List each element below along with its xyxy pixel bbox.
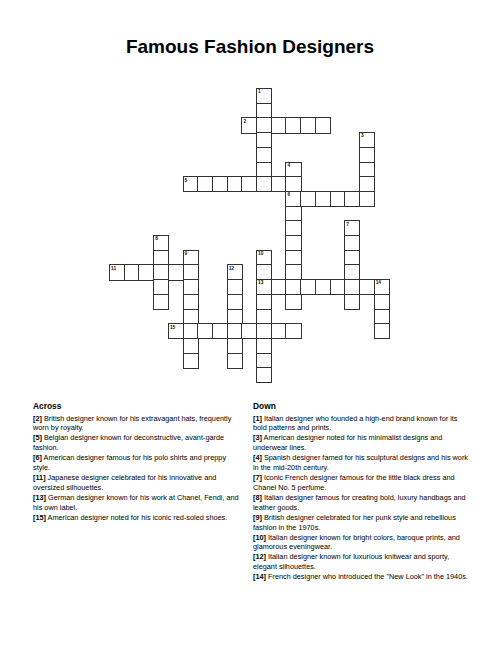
cell-number: 3 [361,133,364,138]
across-header: Across [33,401,245,411]
grid-cell[interactable] [374,323,390,339]
clue-item: [14] French designer who introduced the … [253,572,469,582]
down-header: Down [253,401,469,411]
clue-item: [2] British designer known for his extra… [33,414,245,434]
cell-number: 14 [376,280,381,285]
grid-cell[interactable] [344,294,360,310]
clue-number: [11] [33,473,46,482]
cell-number: 7 [346,222,349,227]
clue-item: [13] German designer known for his work … [33,493,245,513]
clue-item: [9] British designer celebrated for her … [253,513,469,533]
across-clues-section: Across [2] British designer known for hi… [33,401,245,523]
page-title: Famous Fashion Designers [0,36,500,58]
cell-number: 13 [258,280,263,285]
cell-number: 6 [287,192,290,197]
clue-number: [10] [253,533,266,542]
grid-cell[interactable] [359,191,375,207]
clue-item: [11] Japanese designer celebrated for hi… [33,473,245,493]
grid-cell[interactable] [285,294,301,310]
clue-item: [7] Iconic French designer famous for th… [253,473,469,493]
clue-number: [15] [33,513,46,522]
clue-item: [8] Italian designer famous for creating… [253,493,469,513]
clue-item: [3] American designer noted for his mini… [253,433,469,453]
cell-number: 2 [243,119,246,124]
cell-number: 12 [229,266,234,271]
clue-item: [6] American designer famous for his pol… [33,453,245,473]
clue-number: [1] [253,414,262,423]
cell-number: 5 [185,178,188,183]
down-clues-section: Down [1] Italian designer who founded a … [253,401,469,582]
grid-cell[interactable] [153,294,169,310]
clue-number: [2] [33,414,42,423]
clue-item: [1] Italian designer who founded a high-… [253,414,469,434]
cell-number: 4 [287,163,290,168]
grid-cell[interactable] [183,353,199,369]
clue-number: [9] [253,513,262,522]
clue-number: [14] [253,572,266,581]
cell-number: 10 [258,251,263,256]
down-clues-list: [1] Italian designer who founded a high-… [253,414,469,583]
clue-number: [4] [253,453,262,462]
clue-number: [8] [253,493,262,502]
grid-cell[interactable] [256,367,272,383]
clue-item: [10] Italian designer known for bright c… [253,533,469,553]
clue-item: [15] American designer noted for his ico… [33,513,245,523]
grid-cell[interactable] [227,353,243,369]
clue-number: [5] [33,433,42,442]
cell-number: 15 [170,325,175,330]
cell-number: 9 [185,251,188,256]
clue-item: [5] Belgian designer known for deconstru… [33,433,245,453]
clue-number: [13] [33,493,46,502]
grid-cell[interactable] [315,117,331,133]
across-clues-list: [2] British designer known for his extra… [33,414,245,523]
crossword-grid: 123456789101112131415 [109,88,389,383]
clue-number: [6] [33,453,42,462]
clue-number: [3] [253,433,262,442]
clue-item: [4] Spanish designer famed for his sculp… [253,453,469,473]
clue-number: [12] [253,552,266,561]
grid-cell[interactable] [285,323,301,339]
cell-number: 8 [155,236,158,241]
clue-item: [12] Italian designer known for luxuriou… [253,552,469,572]
cell-number: 1 [258,89,261,94]
crossword-page: Famous Fashion Designers 123456789101112… [0,0,500,647]
clue-number: [7] [253,473,262,482]
cell-number: 11 [111,266,116,271]
